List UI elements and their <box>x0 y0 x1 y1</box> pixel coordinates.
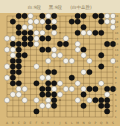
stone-black <box>81 92 86 97</box>
stone-white <box>22 97 27 102</box>
stone-white <box>51 86 56 91</box>
go-game-viewer: 白:9段 黑:9段 (白中盘胜) ABCDEFGHIJKLMNOPQRS1918… <box>0 0 120 126</box>
stone-white <box>63 58 68 63</box>
stone-white <box>69 86 74 91</box>
stone-black <box>99 103 104 108</box>
stone-black <box>51 69 56 74</box>
stone-white <box>99 81 104 86</box>
row-label: 11 <box>115 59 119 63</box>
stone-white <box>10 53 15 58</box>
star-point <box>59 99 61 101</box>
stone-black <box>40 36 45 41</box>
stone-black <box>51 25 56 30</box>
stone-black <box>16 81 21 86</box>
stone-black <box>99 97 104 102</box>
stone-black <box>16 25 21 30</box>
row-label: 15 <box>115 37 119 41</box>
stone-white <box>34 30 39 35</box>
stone-white <box>87 58 92 63</box>
column-label: D <box>24 121 27 125</box>
column-label: J <box>59 121 61 125</box>
stone-black <box>51 13 56 18</box>
column-label: R <box>106 121 108 125</box>
stone-black <box>22 41 27 46</box>
stone-white <box>34 36 39 41</box>
stone-black <box>46 25 51 30</box>
column-label: E <box>30 121 32 125</box>
stone-black <box>51 81 56 86</box>
stone-white <box>63 36 68 41</box>
stone-white <box>81 86 86 91</box>
row-label: 3 <box>115 104 117 108</box>
stone-black <box>22 30 27 35</box>
stone-white <box>63 86 68 91</box>
stone-white <box>46 75 51 80</box>
stone-black <box>16 13 21 18</box>
stone-white <box>46 97 51 102</box>
stone-black <box>51 92 56 97</box>
stone-black <box>99 30 104 35</box>
stone-black <box>46 69 51 74</box>
stone-black <box>10 69 15 74</box>
stone-white <box>75 47 80 52</box>
stone-white <box>34 97 39 102</box>
stone-black <box>104 109 109 114</box>
stone-black <box>40 47 45 52</box>
stone-white <box>40 30 45 35</box>
column-label: L <box>71 121 73 125</box>
stone-black <box>93 86 98 91</box>
stone-black <box>46 19 51 24</box>
stone-black <box>16 64 21 69</box>
column-label: F <box>36 121 38 125</box>
stone-black <box>75 30 80 35</box>
stone-white <box>81 69 86 74</box>
stone-white <box>4 64 9 69</box>
stone-white <box>10 36 15 41</box>
stone-white <box>46 58 51 63</box>
stone-white <box>57 81 62 86</box>
stone-white <box>28 25 33 30</box>
row-label: 6 <box>115 87 117 91</box>
row-label: 2 <box>115 109 117 113</box>
stone-black <box>93 97 98 102</box>
stone-black <box>63 41 68 46</box>
stone-black <box>104 41 109 46</box>
stone-black <box>10 75 15 80</box>
row-label: 12 <box>115 53 119 57</box>
stone-white <box>28 13 33 18</box>
stone-black <box>99 19 104 24</box>
stone-black <box>99 64 104 69</box>
stone-black <box>81 25 86 30</box>
stone-black <box>75 13 80 18</box>
row-label: 7 <box>115 81 117 85</box>
star-point <box>59 66 61 68</box>
row-label: 14 <box>115 42 119 46</box>
stone-black <box>81 47 86 52</box>
row-label: 10 <box>115 65 119 69</box>
stone-white <box>40 19 45 24</box>
row-label: 17 <box>115 25 119 29</box>
stone-white <box>51 47 56 52</box>
stone-black <box>40 86 45 91</box>
stone-black <box>104 103 109 108</box>
stone-white <box>57 92 62 97</box>
stone-white <box>75 97 80 102</box>
stone-black <box>16 53 21 58</box>
stone-black <box>99 13 104 18</box>
stone-black <box>46 86 51 91</box>
star-point <box>24 66 26 68</box>
stone-black <box>93 30 98 35</box>
stone-black <box>28 36 33 41</box>
stone-black <box>28 30 33 35</box>
stone-white <box>104 13 109 18</box>
stone-white <box>16 92 21 97</box>
stone-white <box>46 103 51 108</box>
column-label: H <box>47 121 49 125</box>
column-label: O <box>88 121 91 125</box>
stone-black <box>10 19 15 24</box>
column-label: A <box>6 121 9 125</box>
stone-white <box>22 86 27 91</box>
stone-white <box>81 53 86 58</box>
stone-black <box>81 13 86 18</box>
stone-black <box>46 36 51 41</box>
stone-black <box>87 86 92 91</box>
stone-black <box>46 81 51 86</box>
stone-white <box>51 53 56 58</box>
column-label: G <box>41 121 44 125</box>
stone-white <box>87 30 92 35</box>
stone-white <box>51 19 56 24</box>
row-label: 13 <box>115 48 119 52</box>
stone-white <box>10 47 15 52</box>
column-label: M <box>76 121 79 125</box>
column-label: C <box>18 121 20 125</box>
stone-black <box>16 58 21 63</box>
stone-white <box>4 75 9 80</box>
stone-white <box>34 64 39 69</box>
row-label: 18 <box>115 20 119 24</box>
stone-white <box>46 13 51 18</box>
stone-black <box>28 41 33 46</box>
stone-black <box>34 109 39 114</box>
stone-white <box>34 19 39 24</box>
stone-black <box>57 41 62 46</box>
stone-white <box>22 25 27 30</box>
column-label: P <box>94 121 96 125</box>
stone-white <box>10 92 15 97</box>
row-label: 9 <box>115 70 117 74</box>
stone-black <box>22 36 27 41</box>
stone-white <box>51 30 56 35</box>
column-label: B <box>12 121 14 125</box>
row-label: 4 <box>115 98 117 102</box>
stone-black <box>46 47 51 52</box>
stone-black <box>10 41 15 46</box>
row-label: 16 <box>115 31 119 35</box>
stone-black <box>40 92 45 97</box>
stone-black <box>16 69 21 74</box>
stone-black <box>46 92 51 97</box>
stone-black <box>69 75 74 80</box>
row-label: 8 <box>115 76 117 80</box>
column-label: S <box>112 121 114 125</box>
stone-black <box>75 19 80 24</box>
column-label: K <box>65 121 68 125</box>
stone-black <box>99 53 104 58</box>
stone-black <box>10 64 15 69</box>
stone-white <box>81 30 86 35</box>
stone-black <box>81 103 86 108</box>
stone-white <box>87 97 92 102</box>
star-point <box>95 66 97 68</box>
stone-white <box>104 19 109 24</box>
row-label: 5 <box>115 93 117 97</box>
stone-white <box>40 103 45 108</box>
stone-white <box>4 97 9 102</box>
stone-black <box>104 86 109 91</box>
stone-black <box>10 81 15 86</box>
stone-black <box>22 53 27 58</box>
stone-white <box>34 41 39 46</box>
stone-white <box>4 36 9 41</box>
stone-black <box>104 97 109 102</box>
stone-black <box>16 47 21 52</box>
stone-white <box>28 19 33 24</box>
column-label: I <box>54 121 55 125</box>
column-label: N <box>82 121 84 125</box>
stone-black <box>40 13 45 18</box>
stone-white <box>75 81 80 86</box>
stone-black <box>16 41 21 46</box>
stone-white <box>57 53 62 58</box>
stone-black <box>51 97 56 102</box>
stone-black <box>16 30 21 35</box>
stone-white <box>40 75 45 80</box>
stone-black <box>34 81 39 86</box>
stone-white <box>104 92 109 97</box>
row-label: 19 <box>115 14 119 18</box>
stone-black <box>51 103 56 108</box>
row-label: 1 <box>115 115 117 119</box>
stone-white <box>4 47 9 52</box>
stone-white <box>16 86 21 91</box>
star-point <box>59 32 61 34</box>
stone-black <box>10 58 15 63</box>
stone-white <box>75 41 80 46</box>
stone-black <box>87 69 92 74</box>
go-board[interactable]: ABCDEFGHIJKLMNOPQRS191817161514131211109… <box>0 0 120 126</box>
stone-black <box>93 13 98 18</box>
column-label: Q <box>100 121 103 125</box>
stone-white <box>69 58 74 63</box>
stone-black <box>69 19 74 24</box>
stone-black <box>22 13 27 18</box>
